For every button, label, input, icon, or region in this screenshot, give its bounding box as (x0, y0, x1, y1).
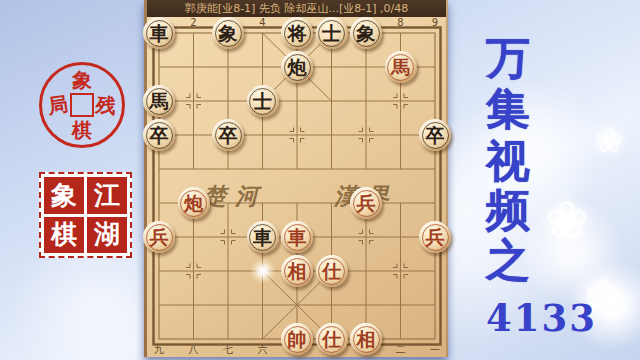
seal-char: 残 (95, 94, 117, 116)
circle-seal-watermark: 象 残 棋 局 (39, 62, 125, 148)
piece-character: 士 (253, 92, 272, 111)
piece-character: 将 (288, 24, 307, 43)
piece-red-advisor[interactable]: 仕 (316, 323, 348, 355)
piece-red-pawn[interactable]: 兵 (419, 221, 451, 253)
piece-red-elephant[interactable]: 相 (350, 323, 382, 355)
piece-character: 象 (357, 24, 376, 43)
piece-black-cannon[interactable]: 炮 (281, 51, 313, 83)
piece-character: 兵 (150, 228, 169, 247)
piece-character: 車 (288, 228, 307, 247)
piece-character: 炮 (288, 58, 307, 77)
xiangqi-board: 楚河 漢界 123456789九八七六五四三二一車象将士象炮馬馬士卒卒卒炮兵兵車… (147, 0, 446, 357)
piece-character: 車 (253, 228, 272, 247)
piece-character: 卒 (426, 126, 445, 145)
watermark-character: 集 (480, 85, 536, 133)
column-label-bottom: 六 (255, 343, 271, 357)
match-title-bar: 郭庚能[业8-1] 先负 除却巫山...[业8-1] ,0/48 (147, 0, 446, 17)
seal-char: 江 (87, 177, 127, 214)
piece-character: 仕 (322, 262, 341, 281)
piece-character: 兵 (357, 194, 376, 213)
piece-red-elephant[interactable]: 相 (281, 255, 313, 287)
piece-character: 象 (219, 24, 238, 43)
piece-black-advisor[interactable]: 士 (247, 85, 279, 117)
piece-black-elephant[interactable]: 象 (350, 17, 382, 49)
seal-char: 象 (72, 70, 92, 90)
piece-black-elephant[interactable]: 象 (212, 17, 244, 49)
piece-black-advisor[interactable]: 士 (316, 17, 348, 49)
piece-black-chariot[interactable]: 車 (247, 221, 279, 253)
piece-character: 馬 (150, 92, 169, 111)
xiangqi-board-panel: 楚河 漢界 123456789九八七六五四三二一車象将士象炮馬馬士卒卒卒炮兵兵車… (144, 0, 448, 357)
piece-character: 卒 (150, 126, 169, 145)
piece-black-chariot[interactable]: 車 (143, 17, 175, 49)
match-title-text: 郭庚能[业8-1] 先负 除却巫山...[业8-1] ,0/48 (185, 2, 408, 15)
seal-char: 棋 (72, 120, 92, 140)
seal-char: 棋 (44, 217, 84, 254)
piece-red-pawn[interactable]: 兵 (143, 221, 175, 253)
piece-black-pawn[interactable]: 卒 (212, 119, 244, 151)
column-label-bottom: 七 (220, 343, 236, 357)
piece-character: 相 (357, 330, 376, 349)
watermark-character: 万 (480, 34, 536, 82)
square-seal-watermark: 象 江 棋 湖 (39, 172, 132, 258)
seal-center-hole (70, 93, 94, 117)
piece-red-chariot[interactable]: 車 (281, 221, 313, 253)
piece-black-horse[interactable]: 馬 (143, 85, 175, 117)
piece-character: 士 (322, 24, 341, 43)
piece-red-general[interactable]: 帥 (281, 323, 313, 355)
seal-char: 湖 (87, 217, 127, 254)
piece-red-pawn[interactable]: 兵 (350, 187, 382, 219)
piece-character: 相 (288, 262, 307, 281)
watermark-character: 视 (480, 137, 536, 185)
piece-character: 卒 (219, 126, 238, 145)
flower-icon: ❀ (545, 190, 589, 250)
watermark-character: 频 (480, 186, 536, 234)
piece-red-cannon[interactable]: 炮 (178, 187, 210, 219)
river-label-left: 楚河 (203, 184, 267, 207)
seal-char: 象 (44, 177, 84, 214)
column-label-top: 9 (427, 17, 443, 28)
episode-number: 4133 (486, 296, 568, 340)
screenshot-root: ❀ ✿ ❀ 象 残 棋 局 象 江 棋 湖 楚河 漢界 123456789九八七… (0, 0, 640, 360)
piece-black-pawn[interactable]: 卒 (143, 119, 175, 151)
piece-character: 車 (150, 24, 169, 43)
move-highlight (250, 258, 276, 284)
seal-char: 局 (47, 94, 70, 117)
column-label-bottom: 二 (393, 343, 409, 357)
flower-icon: ❀ (595, 120, 624, 160)
piece-black-general[interactable]: 将 (281, 17, 313, 49)
column-label-bottom: 九 (151, 343, 167, 357)
column-label-bottom: 八 (186, 343, 202, 357)
piece-character: 帥 (288, 330, 307, 349)
piece-red-horse[interactable]: 馬 (385, 51, 417, 83)
piece-character: 馬 (391, 58, 410, 77)
column-label-bottom: 一 (427, 343, 443, 357)
column-label-top: 4 (255, 17, 271, 28)
piece-character: 仕 (322, 330, 341, 349)
column-label-top: 2 (186, 17, 202, 28)
piece-black-pawn[interactable]: 卒 (419, 119, 451, 151)
column-label-top: 8 (393, 17, 409, 28)
piece-character: 炮 (184, 194, 203, 213)
watermark-character: 之 (480, 236, 536, 284)
piece-character: 兵 (426, 228, 445, 247)
piece-red-advisor[interactable]: 仕 (316, 255, 348, 287)
